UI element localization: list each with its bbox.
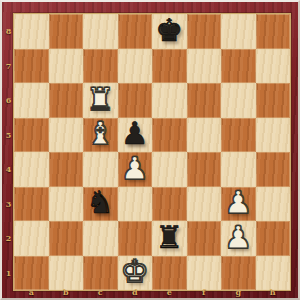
- square-f1[interactable]: [187, 256, 222, 291]
- square-g2[interactable]: ♟: [221, 221, 256, 256]
- square-g8[interactable]: [221, 14, 256, 49]
- square-c4[interactable]: [83, 152, 118, 187]
- square-b2[interactable]: [49, 221, 84, 256]
- file-label-text: h: [270, 287, 276, 297]
- square-c1[interactable]: [83, 256, 118, 291]
- black-rook[interactable]: ♜: [155, 222, 183, 253]
- square-g5[interactable]: [221, 118, 256, 153]
- square-c7[interactable]: [83, 49, 118, 84]
- white-pawn[interactable]: ♟: [224, 187, 252, 218]
- square-d6[interactable]: [118, 83, 153, 118]
- square-a8[interactable]: [14, 14, 49, 49]
- square-h1[interactable]: [256, 256, 291, 291]
- square-a5[interactable]: [14, 118, 49, 153]
- square-e2[interactable]: ♜: [152, 221, 187, 256]
- square-b5[interactable]: [49, 118, 84, 153]
- rank-label-2: 2: [3, 221, 14, 256]
- white-king[interactable]: ♚: [121, 256, 149, 287]
- rank-label-4: 4: [3, 152, 14, 187]
- square-g4[interactable]: [221, 152, 256, 187]
- file-label-text: e: [167, 287, 172, 297]
- rank-label-text: 2: [6, 233, 12, 243]
- rank-label-5: 5: [3, 118, 14, 153]
- square-e6[interactable]: [152, 83, 187, 118]
- square-g6[interactable]: [221, 83, 256, 118]
- file-label-a: a: [14, 286, 49, 298]
- square-h4[interactable]: [256, 152, 291, 187]
- square-b4[interactable]: [49, 152, 84, 187]
- square-b7[interactable]: [49, 49, 84, 84]
- rank-label-text: 4: [6, 164, 12, 174]
- square-b1[interactable]: [49, 256, 84, 291]
- square-d2[interactable]: [118, 221, 153, 256]
- rank-label-3: 3: [3, 187, 14, 222]
- square-g1[interactable]: [221, 256, 256, 291]
- file-label-text: f: [202, 287, 205, 297]
- square-h7[interactable]: [256, 49, 291, 84]
- square-f8[interactable]: [187, 14, 222, 49]
- square-f6[interactable]: [187, 83, 222, 118]
- square-e1[interactable]: [152, 256, 187, 291]
- square-e4[interactable]: [152, 152, 187, 187]
- rank-labels: 87654321: [3, 14, 14, 290]
- square-e8[interactable]: ♚: [152, 14, 187, 49]
- square-a2[interactable]: [14, 221, 49, 256]
- square-b8[interactable]: [49, 14, 84, 49]
- square-a6[interactable]: [14, 83, 49, 118]
- black-knight[interactable]: ♞: [86, 187, 114, 218]
- file-label-d: d: [118, 286, 153, 298]
- file-label-g: g: [221, 286, 256, 298]
- square-f4[interactable]: [187, 152, 222, 187]
- white-rook[interactable]: ♜: [86, 84, 114, 115]
- file-label-h: h: [256, 286, 291, 298]
- square-a4[interactable]: [14, 152, 49, 187]
- square-f7[interactable]: [187, 49, 222, 84]
- rank-label-text: 6: [6, 95, 12, 105]
- square-h8[interactable]: [256, 14, 291, 49]
- file-label-text: b: [63, 287, 69, 297]
- file-label-text: a: [29, 287, 34, 297]
- square-a1[interactable]: [14, 256, 49, 291]
- square-f5[interactable]: [187, 118, 222, 153]
- chess-board: ♚♜♝♟♟♞♟♜♟♚: [14, 14, 290, 290]
- square-h5[interactable]: [256, 118, 291, 153]
- square-h3[interactable]: [256, 187, 291, 222]
- square-c5[interactable]: ♝: [83, 118, 118, 153]
- square-g3[interactable]: ♟: [221, 187, 256, 222]
- file-label-e: e: [152, 286, 187, 298]
- square-f3[interactable]: [187, 187, 222, 222]
- square-h6[interactable]: [256, 83, 291, 118]
- rank-label-text: 3: [6, 199, 12, 209]
- rank-label-6: 6: [3, 83, 14, 118]
- rank-label-8: 8: [3, 14, 14, 49]
- rank-label-text: 7: [6, 61, 12, 71]
- white-pawn[interactable]: ♟: [121, 153, 149, 184]
- file-label-c: c: [83, 286, 118, 298]
- square-a3[interactable]: [14, 187, 49, 222]
- file-label-f: f: [187, 286, 222, 298]
- square-a7[interactable]: [14, 49, 49, 84]
- square-d8[interactable]: [118, 14, 153, 49]
- white-pawn[interactable]: ♟: [224, 222, 252, 253]
- square-e7[interactable]: [152, 49, 187, 84]
- file-labels: abcdefgh: [14, 286, 290, 298]
- white-bishop[interactable]: ♝: [86, 118, 114, 149]
- square-f2[interactable]: [187, 221, 222, 256]
- square-d3[interactable]: [118, 187, 153, 222]
- file-label-b: b: [49, 286, 84, 298]
- square-d4[interactable]: ♟: [118, 152, 153, 187]
- rank-label-text: 1: [6, 268, 12, 278]
- rank-label-7: 7: [3, 49, 14, 84]
- black-king[interactable]: ♚: [155, 15, 183, 46]
- square-c3[interactable]: ♞: [83, 187, 118, 222]
- square-c6[interactable]: ♜: [83, 83, 118, 118]
- black-pawn[interactable]: ♟: [121, 118, 149, 149]
- file-label-text: g: [235, 287, 241, 297]
- square-b3[interactable]: [49, 187, 84, 222]
- square-g7[interactable]: [221, 49, 256, 84]
- file-label-text: c: [98, 287, 103, 297]
- square-d5[interactable]: ♟: [118, 118, 153, 153]
- rank-label-text: 5: [6, 130, 12, 140]
- square-b6[interactable]: [49, 83, 84, 118]
- square-e3[interactable]: [152, 187, 187, 222]
- square-e5[interactable]: [152, 118, 187, 153]
- square-h2[interactable]: [256, 221, 291, 256]
- square-d7[interactable]: [118, 49, 153, 84]
- rank-label-text: 8: [6, 26, 12, 36]
- file-label-text: d: [132, 287, 138, 297]
- rank-label-1: 1: [3, 256, 14, 291]
- square-d1[interactable]: ♚: [118, 256, 153, 291]
- board-frame: ♚♜♝♟♟♞♟♜♟♚ 87654321 abcdefgh: [0, 0, 300, 300]
- square-c8[interactable]: [83, 14, 118, 49]
- square-c2[interactable]: [83, 221, 118, 256]
